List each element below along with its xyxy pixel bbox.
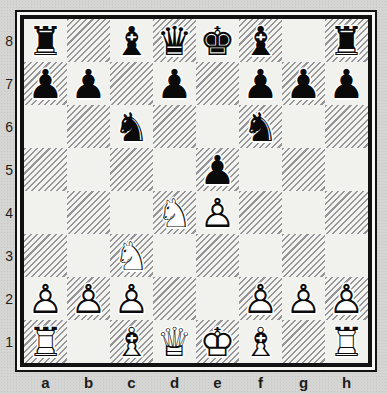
square-a8[interactable]: ♜♜ (24, 19, 67, 62)
board-frame: ♜♜♝♝♛♛♚♚♝♝♜♜♟♟♟♟♟♟♟♟♟♟♟♟♞♞♞♞♟♟♞♘♟♙♞♘♟♙♟♙… (15, 10, 377, 372)
piece-glyph: ♟ (28, 64, 64, 104)
square-d5[interactable] (153, 148, 196, 191)
square-c6[interactable]: ♞♞ (110, 105, 153, 148)
file-label-e: e (196, 374, 239, 392)
square-g7[interactable]: ♟♟ (282, 62, 325, 105)
square-b6[interactable] (67, 105, 110, 148)
square-b3[interactable] (67, 234, 110, 277)
piece-black-pawn: ♟♟ (239, 62, 282, 105)
rank-label-7: 7 (0, 62, 13, 105)
square-c8[interactable]: ♝♝ (110, 19, 153, 62)
piece-glyph: ♘ (157, 193, 193, 233)
file-label-f: f (239, 374, 282, 392)
square-f3[interactable] (239, 234, 282, 277)
square-f8[interactable]: ♝♝ (239, 19, 282, 62)
rank-label-5: 5 (0, 148, 13, 191)
square-f4[interactable] (239, 191, 282, 234)
square-h3[interactable] (325, 234, 368, 277)
piece-glyph: ♕ (157, 322, 193, 362)
square-h1[interactable]: ♜♖ (325, 320, 368, 363)
square-b4[interactable] (67, 191, 110, 234)
rank-label-3: 3 (0, 234, 13, 277)
piece-black-pawn: ♟♟ (325, 62, 368, 105)
piece-glyph: ♚ (200, 21, 236, 61)
piece-white-knight: ♞♘ (153, 191, 196, 234)
piece-glyph: ♙ (329, 279, 365, 319)
piece-black-rook: ♜♜ (325, 19, 368, 62)
square-f5[interactable] (239, 148, 282, 191)
piece-glyph: ♟ (243, 64, 279, 104)
square-e3[interactable] (196, 234, 239, 277)
square-h5[interactable] (325, 148, 368, 191)
square-d7[interactable]: ♟♟ (153, 62, 196, 105)
square-b2[interactable]: ♟♙ (67, 277, 110, 320)
piece-black-pawn: ♟♟ (196, 148, 239, 191)
square-a2[interactable]: ♟♙ (24, 277, 67, 320)
square-g2[interactable]: ♟♙ (282, 277, 325, 320)
square-h7[interactable]: ♟♟ (325, 62, 368, 105)
rank-label-1: 1 (0, 320, 13, 363)
piece-black-queen: ♛♛ (153, 19, 196, 62)
file-label-b: b (67, 374, 110, 392)
piece-black-pawn: ♟♟ (282, 62, 325, 105)
piece-glyph: ♜ (28, 21, 64, 61)
square-f6[interactable]: ♞♞ (239, 105, 282, 148)
rank-label-8: 8 (0, 19, 13, 62)
chess-board: ♜♜♝♝♛♛♚♚♝♝♜♜♟♟♟♟♟♟♟♟♟♟♟♟♞♞♞♞♟♟♞♘♟♙♞♘♟♙♟♙… (20, 15, 372, 367)
file-label-h: h (325, 374, 368, 392)
piece-white-bishop: ♝♗ (110, 320, 153, 363)
piece-black-pawn: ♟♟ (153, 62, 196, 105)
piece-black-pawn: ♟♟ (24, 62, 67, 105)
piece-black-knight: ♞♞ (239, 105, 282, 148)
piece-glyph: ♙ (200, 193, 236, 233)
square-d8[interactable]: ♛♛ (153, 19, 196, 62)
square-f7[interactable]: ♟♟ (239, 62, 282, 105)
rank-label-2: 2 (0, 277, 13, 320)
square-e4[interactable]: ♟♙ (196, 191, 239, 234)
piece-glyph: ♖ (329, 322, 365, 362)
piece-white-rook: ♜♖ (24, 320, 67, 363)
square-d1[interactable]: ♛♕ (153, 320, 196, 363)
square-e1[interactable]: ♚♔ (196, 320, 239, 363)
piece-glyph: ♗ (114, 322, 150, 362)
square-g8[interactable] (282, 19, 325, 62)
square-e8[interactable]: ♚♚ (196, 19, 239, 62)
square-b5[interactable] (67, 148, 110, 191)
piece-white-rook: ♜♖ (325, 320, 368, 363)
piece-glyph: ♘ (114, 236, 150, 276)
file-label-g: g (282, 374, 325, 392)
piece-glyph: ♜ (329, 21, 365, 61)
square-a7[interactable]: ♟♟ (24, 62, 67, 105)
piece-white-pawn: ♟♙ (196, 191, 239, 234)
square-a5[interactable] (24, 148, 67, 191)
piece-glyph: ♟ (329, 64, 365, 104)
square-e2[interactable] (196, 277, 239, 320)
file-labels: abcdefgh (24, 374, 368, 392)
square-h8[interactable]: ♜♜ (325, 19, 368, 62)
piece-glyph: ♟ (286, 64, 322, 104)
piece-glyph: ♗ (243, 322, 279, 362)
piece-black-bishop: ♝♝ (239, 19, 282, 62)
file-label-d: d (153, 374, 196, 392)
chess-diagram: 87654321 ♜♜♝♝♛♛♚♚♝♝♜♜♟♟♟♟♟♟♟♟♟♟♟♟♞♞♞♞♟♟♞… (0, 0, 387, 394)
square-f1[interactable]: ♝♗ (239, 320, 282, 363)
square-c1[interactable]: ♝♗ (110, 320, 153, 363)
piece-black-bishop: ♝♝ (110, 19, 153, 62)
square-b1[interactable] (67, 320, 110, 363)
piece-white-pawn: ♟♙ (239, 277, 282, 320)
square-g3[interactable] (282, 234, 325, 277)
piece-white-pawn: ♟♙ (282, 277, 325, 320)
piece-glyph: ♞ (243, 107, 279, 147)
file-label-c: c (110, 374, 153, 392)
piece-white-king: ♚♔ (196, 320, 239, 363)
square-a6[interactable] (24, 105, 67, 148)
piece-glyph: ♛ (157, 21, 193, 61)
square-c3[interactable]: ♞♘ (110, 234, 153, 277)
piece-glyph: ♔ (200, 322, 236, 362)
square-e6[interactable] (196, 105, 239, 148)
square-b8[interactable] (67, 19, 110, 62)
piece-black-pawn: ♟♟ (67, 62, 110, 105)
square-a4[interactable] (24, 191, 67, 234)
square-h2[interactable]: ♟♙ (325, 277, 368, 320)
square-c4[interactable] (110, 191, 153, 234)
piece-glyph: ♟ (71, 64, 107, 104)
piece-white-pawn: ♟♙ (24, 277, 67, 320)
piece-glyph: ♟ (200, 150, 236, 190)
piece-glyph: ♝ (114, 21, 150, 61)
piece-white-bishop: ♝♗ (239, 320, 282, 363)
piece-glyph: ♙ (71, 279, 107, 319)
square-h4[interactable] (325, 191, 368, 234)
square-f2[interactable]: ♟♙ (239, 277, 282, 320)
square-g1[interactable] (282, 320, 325, 363)
piece-glyph: ♟ (157, 64, 193, 104)
square-a3[interactable] (24, 234, 67, 277)
rank-labels: 87654321 (0, 19, 13, 363)
square-g6[interactable] (282, 105, 325, 148)
square-d2[interactable] (153, 277, 196, 320)
square-c5[interactable] (110, 148, 153, 191)
piece-black-rook: ♜♜ (24, 19, 67, 62)
piece-glyph: ♙ (28, 279, 64, 319)
piece-black-knight: ♞♞ (110, 105, 153, 148)
piece-glyph: ♖ (28, 322, 64, 362)
piece-white-pawn: ♟♙ (110, 277, 153, 320)
square-b7[interactable]: ♟♟ (67, 62, 110, 105)
file-label-a: a (24, 374, 67, 392)
piece-white-pawn: ♟♙ (325, 277, 368, 320)
square-d6[interactable] (153, 105, 196, 148)
piece-glyph: ♙ (286, 279, 322, 319)
square-c7[interactable] (110, 62, 153, 105)
piece-glyph: ♝ (243, 21, 279, 61)
square-g4[interactable] (282, 191, 325, 234)
piece-glyph: ♙ (114, 279, 150, 319)
square-e5[interactable]: ♟♟ (196, 148, 239, 191)
piece-white-queen: ♛♕ (153, 320, 196, 363)
square-d4[interactable]: ♞♘ (153, 191, 196, 234)
rank-label-6: 6 (0, 105, 13, 148)
square-e7[interactable] (196, 62, 239, 105)
square-h6[interactable] (325, 105, 368, 148)
piece-black-king: ♚♚ (196, 19, 239, 62)
piece-glyph: ♙ (243, 279, 279, 319)
square-g5[interactable] (282, 148, 325, 191)
piece-white-knight: ♞♘ (110, 234, 153, 277)
piece-white-pawn: ♟♙ (67, 277, 110, 320)
square-c2[interactable]: ♟♙ (110, 277, 153, 320)
square-a1[interactable]: ♜♖ (24, 320, 67, 363)
piece-glyph: ♞ (114, 107, 150, 147)
rank-label-4: 4 (0, 191, 13, 234)
square-d3[interactable] (153, 234, 196, 277)
